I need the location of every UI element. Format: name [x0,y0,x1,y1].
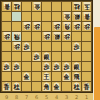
square-4-4[interactable]: 銀 [52,32,61,41]
square-4-5[interactable] [52,42,61,51]
square-6-7[interactable] [32,62,41,71]
piece-k-gote: 玉 [83,2,91,11]
square-9-8[interactable] [2,72,11,81]
square-5-4[interactable]: 歩 [42,32,51,41]
square-5-2[interactable] [42,12,51,21]
piece-N-sente: 桂 [13,82,21,91]
square-3-9[interactable] [62,82,71,91]
square-2-1[interactable]: 桂 [72,2,81,11]
piece-l-gote: 香 [3,2,11,11]
square-6-2[interactable] [32,12,41,21]
square-2-7[interactable]: 銀 [72,62,81,71]
piece-g-gote: 金 [63,12,71,21]
square-6-8[interactable] [32,72,41,81]
square-4-2[interactable] [52,12,61,21]
square-9-1[interactable]: 香 [2,2,11,11]
piece-p-gote: 歩 [13,42,21,51]
piece-P-sente: 歩 [53,62,61,71]
square-3-6[interactable] [62,52,71,61]
file-label-1: 1 [82,94,91,100]
square-5-8[interactable]: 王 [42,72,51,81]
piece-G-sente: 金 [63,72,71,81]
square-8-8[interactable] [12,72,21,81]
file-label-9: 9 [2,94,11,100]
piece-K-sente: 王 [43,72,51,81]
square-5-6[interactable]: 銀 [42,52,51,61]
square-5-9[interactable]: 角 [42,82,51,91]
square-1-7[interactable] [82,62,91,71]
sente-piece-stand[interactable] [94,27,100,100]
piece-G-sente: 金 [23,72,31,81]
file-label-5: 5 [42,94,51,100]
piece-S-sente: 銀 [73,62,81,71]
piece-p-gote: 歩 [53,22,61,31]
piece-l-gote: 香 [83,12,91,21]
square-1-5[interactable] [82,42,91,51]
square-1-8[interactable] [82,72,91,81]
square-7-8[interactable]: 金 [22,72,31,81]
square-9-2[interactable] [2,12,11,21]
square-8-5[interactable]: 歩 [12,42,21,51]
piece-P-sente: 歩 [33,52,41,61]
square-6-9[interactable] [32,82,41,91]
square-7-2[interactable] [22,12,31,21]
square-7-5[interactable]: 歩 [22,42,31,51]
piece-G-sente: 金 [53,82,61,91]
square-4-7[interactable]: 歩 [52,62,61,71]
square-3-3[interactable]: 角 [62,22,71,31]
square-2-8[interactable]: 飛 [72,72,81,81]
square-8-1[interactable]: 桂 [12,2,21,11]
piece-p-gote: 歩 [33,22,41,31]
file-label-2: 2 [72,94,81,100]
piece-r-gote: 飛 [13,32,21,41]
square-8-6[interactable] [12,52,21,61]
piece-S-sente: 銀 [43,52,51,61]
piece-P-sente: 歩 [13,62,21,71]
square-1-9[interactable]: 香 [82,82,91,91]
square-7-9[interactable] [22,82,31,91]
square-1-1[interactable]: 玉 [82,2,91,11]
file-label-3: 3 [62,94,71,100]
square-8-2[interactable] [12,12,21,21]
square-8-3[interactable] [12,22,21,31]
piece-P-sente: 歩 [63,62,71,71]
piece-P-sente: 歩 [43,62,51,71]
square-2-6[interactable] [72,52,81,61]
square-4-3[interactable]: 歩 [52,22,61,31]
square-3-4[interactable]: 歩 [62,32,71,41]
piece-b-gote: 角 [63,22,71,31]
square-5-1[interactable] [42,2,51,11]
piece-n-gote: 桂 [13,2,21,11]
piece-L-sente: 香 [83,82,91,91]
square-1-4[interactable] [82,32,91,41]
square-8-7[interactable]: 歩 [12,62,21,71]
square-2-2[interactable]: 銀 [72,12,81,21]
piece-p-gote: 歩 [63,32,71,41]
piece-p-gote: 歩 [3,32,11,41]
square-6-5[interactable] [32,42,41,51]
piece-N-sente: 桂 [73,82,81,91]
piece-s-gote: 銀 [73,12,81,21]
square-9-6[interactable] [2,52,11,61]
square-1-6[interactable] [82,52,91,61]
square-2-9[interactable]: 桂 [72,82,81,91]
piece-p-gote: 歩 [73,22,81,31]
square-5-7[interactable]: 歩 [42,62,51,71]
square-3-1[interactable] [62,2,71,11]
square-7-6[interactable] [22,52,31,61]
square-6-6[interactable]: 歩 [32,52,41,61]
piece-B-sente: 角 [43,82,51,91]
file-label-6: 6 [32,94,41,100]
file-label-7: 7 [22,94,31,100]
square-4-8[interactable] [52,72,61,81]
square-9-7[interactable]: 歩 [2,62,11,71]
square-9-9[interactable]: 香 [2,82,11,91]
piece-L-sente: 香 [3,82,11,91]
piece-p-gote: 歩 [43,32,51,41]
square-8-4[interactable]: 飛 [12,32,21,41]
square-3-5[interactable] [62,42,71,51]
file-label-8: 8 [12,94,21,100]
square-5-3[interactable] [42,22,51,31]
square-2-5[interactable]: 歩 [72,42,81,51]
piece-g-gote: 金 [33,2,41,11]
square-4-1[interactable] [52,2,61,11]
piece-P-sente: 歩 [3,62,11,71]
piece-P-sente: 歩 [23,42,31,51]
square-5-5[interactable] [42,42,51,51]
square-3-7[interactable]: 歩 [62,62,71,71]
square-7-4[interactable] [22,32,31,41]
square-9-4[interactable]: 歩 [2,32,11,41]
square-7-1[interactable] [22,2,31,11]
square-3-8[interactable]: 金 [62,72,71,81]
square-7-3[interactable]: 歩 [22,22,31,31]
shogi-app: 香桂金桂玉金銀香歩歩歩角歩歩歩飛歩銀歩歩歩歩歩銀歩歩歩歩歩銀金王金飛香桂角金桂香… [0,0,100,100]
shogi-board: 香桂金桂玉金銀香歩歩歩角歩歩歩飛歩銀歩歩歩歩歩銀歩歩歩歩歩銀金王金飛香桂角金桂香 [0,0,93,93]
square-6-3[interactable]: 歩 [32,22,41,31]
piece-n-gote: 桂 [73,2,81,11]
square-9-5[interactable] [2,42,11,51]
square-2-3[interactable]: 歩 [72,22,81,31]
square-6-4[interactable] [32,32,41,41]
piece-R-sente: 飛 [73,72,81,81]
piece-p-gote: 歩 [23,22,31,31]
square-1-2[interactable]: 香 [82,12,91,21]
square-3-2[interactable]: 金 [62,12,71,21]
square-7-7[interactable] [22,62,31,71]
square-2-4[interactable] [72,32,81,41]
file-label-4: 4 [52,94,61,100]
piece-s-gote: 銀 [53,32,61,41]
piece-P-sente: 歩 [73,42,81,51]
square-1-3[interactable]: 歩 [82,22,91,31]
square-4-9[interactable]: 金 [52,82,61,91]
piece-p-gote: 歩 [83,22,91,31]
square-8-9[interactable]: 桂 [12,82,21,91]
square-6-1[interactable]: 金 [32,2,41,11]
square-9-3[interactable] [2,22,11,31]
square-4-6[interactable] [52,52,61,61]
